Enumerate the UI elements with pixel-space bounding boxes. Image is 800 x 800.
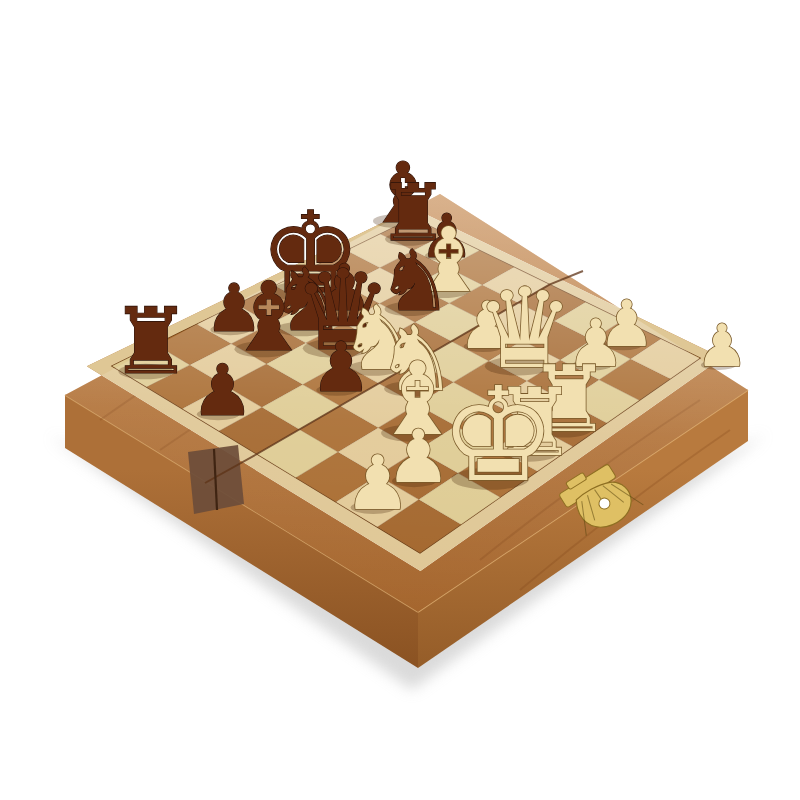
rail-piece-white-pawn: ♟: [696, 312, 748, 380]
chess-piece-white-pawn-a2: ♟: [344, 439, 411, 527]
chess-set-photo: ♝♜♟♝♚♞♟♞♟♟♟♛♝♟♟♛♞♜♞♟♟♜♝♜♚♟♟: [0, 0, 800, 800]
chess-piece-black-rook-a8: ♜: [110, 289, 192, 394]
chess-piece-black-pawn-c5: ♟: [310, 327, 372, 407]
chess-piece-white-king-c1: ♚: [440, 360, 556, 511]
scene-svg: ♝♜♟♝♚♞♟♞♟♟♟♛♝♟♟♛♞♜♞♟♟♜♝♜♚♟♟: [0, 0, 800, 800]
chess-piece-black-pawn-a6: ♟: [191, 349, 254, 432]
